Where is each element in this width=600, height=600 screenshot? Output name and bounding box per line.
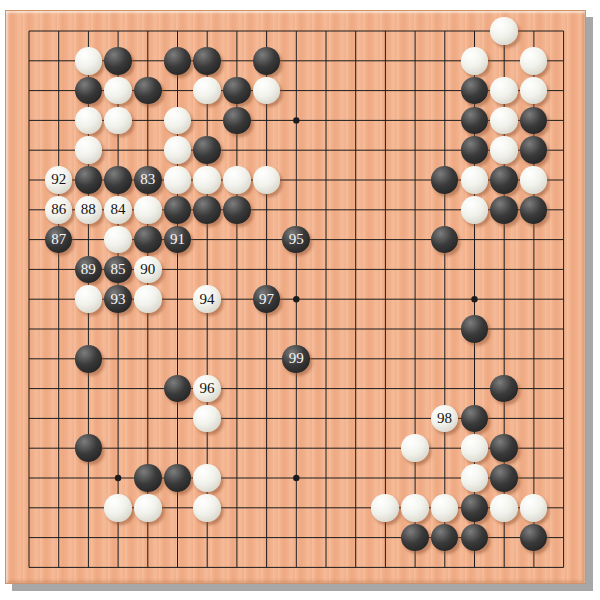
board-point[interactable] bbox=[74, 523, 104, 553]
board-point[interactable] bbox=[370, 225, 400, 255]
board-point[interactable] bbox=[103, 165, 133, 195]
board-point[interactable] bbox=[163, 463, 193, 493]
board-point[interactable] bbox=[281, 403, 311, 433]
board-point[interactable] bbox=[341, 195, 371, 225]
board-point[interactable] bbox=[370, 16, 400, 46]
board-point[interactable] bbox=[44, 493, 74, 523]
board-point[interactable] bbox=[430, 135, 460, 165]
board-point[interactable] bbox=[430, 552, 460, 582]
board-point[interactable] bbox=[430, 225, 460, 255]
board-point[interactable] bbox=[400, 254, 430, 284]
board-point[interactable] bbox=[430, 76, 460, 106]
board-point[interactable] bbox=[459, 433, 489, 463]
board-point[interactable] bbox=[74, 463, 104, 493]
board-point[interactable] bbox=[519, 463, 549, 493]
board-point[interactable] bbox=[281, 76, 311, 106]
board-point[interactable] bbox=[14, 105, 44, 135]
board-point[interactable] bbox=[311, 254, 341, 284]
board-point[interactable] bbox=[370, 314, 400, 344]
board-point[interactable] bbox=[549, 195, 579, 225]
board-point[interactable] bbox=[163, 195, 193, 225]
board-point[interactable] bbox=[14, 552, 44, 582]
board-point[interactable] bbox=[192, 254, 222, 284]
board-point[interactable]: 90 bbox=[133, 254, 163, 284]
board-point[interactable] bbox=[44, 374, 74, 404]
board-point[interactable] bbox=[519, 523, 549, 553]
board-point[interactable] bbox=[44, 76, 74, 106]
board-point[interactable] bbox=[103, 433, 133, 463]
board-point[interactable] bbox=[430, 165, 460, 195]
board-point[interactable] bbox=[519, 403, 549, 433]
board-point[interactable] bbox=[489, 284, 519, 314]
board-point[interactable] bbox=[192, 314, 222, 344]
board-point[interactable] bbox=[519, 314, 549, 344]
board-point[interactable] bbox=[44, 314, 74, 344]
board-point[interactable] bbox=[430, 254, 460, 284]
board-point[interactable] bbox=[430, 105, 460, 135]
board-point[interactable] bbox=[14, 195, 44, 225]
board-point[interactable] bbox=[281, 254, 311, 284]
board-point[interactable]: 97 bbox=[252, 284, 282, 314]
board-point[interactable] bbox=[341, 552, 371, 582]
board-point[interactable] bbox=[74, 433, 104, 463]
board-point[interactable] bbox=[341, 314, 371, 344]
board-point[interactable] bbox=[489, 16, 519, 46]
board-point[interactable] bbox=[459, 493, 489, 523]
board-point[interactable]: 89 bbox=[74, 254, 104, 284]
board-point[interactable] bbox=[459, 374, 489, 404]
board-point[interactable] bbox=[519, 225, 549, 255]
board-point[interactable] bbox=[103, 46, 133, 76]
board-point[interactable] bbox=[14, 493, 44, 523]
board-point[interactable] bbox=[74, 344, 104, 374]
board-point[interactable] bbox=[103, 523, 133, 553]
board-point[interactable] bbox=[281, 195, 311, 225]
board-point[interactable] bbox=[14, 135, 44, 165]
board-point[interactable] bbox=[400, 135, 430, 165]
board-point[interactable] bbox=[14, 165, 44, 195]
board-point[interactable] bbox=[252, 433, 282, 463]
board-point[interactable] bbox=[370, 165, 400, 195]
board-point[interactable] bbox=[44, 284, 74, 314]
board-point[interactable] bbox=[281, 16, 311, 46]
board-point[interactable] bbox=[430, 195, 460, 225]
board-point[interactable] bbox=[252, 493, 282, 523]
board-point[interactable] bbox=[519, 165, 549, 195]
board-point[interactable] bbox=[489, 463, 519, 493]
board-point[interactable] bbox=[341, 523, 371, 553]
board-point[interactable] bbox=[341, 463, 371, 493]
board-point[interactable] bbox=[281, 46, 311, 76]
board-point[interactable] bbox=[370, 374, 400, 404]
board-point[interactable] bbox=[311, 493, 341, 523]
board-point[interactable] bbox=[281, 463, 311, 493]
board-point[interactable] bbox=[222, 16, 252, 46]
board-point[interactable] bbox=[430, 523, 460, 553]
board-point[interactable] bbox=[489, 165, 519, 195]
board-point[interactable] bbox=[549, 344, 579, 374]
board-point[interactable] bbox=[430, 433, 460, 463]
board-point[interactable] bbox=[430, 46, 460, 76]
board-point[interactable] bbox=[133, 195, 163, 225]
board-point[interactable] bbox=[103, 403, 133, 433]
board-point[interactable] bbox=[459, 76, 489, 106]
board-point[interactable] bbox=[370, 195, 400, 225]
board-point[interactable] bbox=[430, 314, 460, 344]
board-point[interactable] bbox=[341, 344, 371, 374]
board-point[interactable] bbox=[459, 552, 489, 582]
board-point[interactable] bbox=[519, 16, 549, 46]
board-point[interactable] bbox=[311, 284, 341, 314]
board-point[interactable] bbox=[252, 135, 282, 165]
board-point[interactable] bbox=[341, 76, 371, 106]
board-point[interactable] bbox=[192, 523, 222, 553]
board-point[interactable] bbox=[549, 105, 579, 135]
board-point[interactable] bbox=[489, 403, 519, 433]
board-point[interactable] bbox=[103, 135, 133, 165]
board-point[interactable] bbox=[549, 493, 579, 523]
board-point[interactable] bbox=[133, 374, 163, 404]
board-point[interactable] bbox=[103, 463, 133, 493]
board-point[interactable] bbox=[44, 254, 74, 284]
board-point[interactable] bbox=[14, 284, 44, 314]
board-point[interactable] bbox=[489, 76, 519, 106]
board-point[interactable] bbox=[489, 135, 519, 165]
board-point[interactable] bbox=[14, 46, 44, 76]
board-point[interactable]: 86 bbox=[44, 195, 74, 225]
board-point[interactable] bbox=[222, 165, 252, 195]
board-point[interactable] bbox=[549, 284, 579, 314]
board-point[interactable] bbox=[281, 493, 311, 523]
board-point[interactable] bbox=[400, 314, 430, 344]
board-point[interactable] bbox=[192, 463, 222, 493]
board-point[interactable] bbox=[459, 344, 489, 374]
board-point[interactable] bbox=[519, 433, 549, 463]
board-point[interactable] bbox=[133, 46, 163, 76]
board-point[interactable] bbox=[74, 552, 104, 582]
board-point[interactable] bbox=[163, 165, 193, 195]
board-point[interactable]: 96 bbox=[192, 374, 222, 404]
board-point[interactable] bbox=[549, 46, 579, 76]
board-point[interactable] bbox=[370, 135, 400, 165]
board-point[interactable] bbox=[459, 523, 489, 553]
board-point[interactable] bbox=[163, 314, 193, 344]
board-point[interactable] bbox=[459, 314, 489, 344]
board-point[interactable]: 92 bbox=[44, 165, 74, 195]
board-point[interactable] bbox=[370, 46, 400, 76]
board-point[interactable] bbox=[252, 314, 282, 344]
board-point[interactable] bbox=[44, 135, 74, 165]
board-point[interactable] bbox=[281, 374, 311, 404]
board-point[interactable] bbox=[192, 344, 222, 374]
board-point[interactable] bbox=[549, 374, 579, 404]
board-point[interactable] bbox=[400, 46, 430, 76]
board-point[interactable]: 94 bbox=[192, 284, 222, 314]
board-point[interactable]: 84 bbox=[103, 195, 133, 225]
board-point[interactable]: 98 bbox=[430, 403, 460, 433]
board-point[interactable] bbox=[44, 46, 74, 76]
board-point[interactable] bbox=[192, 552, 222, 582]
board-point[interactable] bbox=[252, 344, 282, 374]
board-point[interactable] bbox=[341, 254, 371, 284]
board-point[interactable] bbox=[133, 314, 163, 344]
board-point[interactable] bbox=[281, 552, 311, 582]
board-point[interactable]: 83 bbox=[133, 165, 163, 195]
board-point[interactable] bbox=[489, 493, 519, 523]
board-point[interactable] bbox=[519, 105, 549, 135]
board-point[interactable] bbox=[14, 433, 44, 463]
board-point[interactable] bbox=[311, 314, 341, 344]
board-point[interactable] bbox=[222, 493, 252, 523]
board-point[interactable] bbox=[341, 16, 371, 46]
board-point[interactable] bbox=[74, 76, 104, 106]
board-point[interactable] bbox=[311, 46, 341, 76]
board-point[interactable] bbox=[311, 76, 341, 106]
board-point[interactable] bbox=[489, 46, 519, 76]
board-point[interactable] bbox=[74, 225, 104, 255]
board-point[interactable] bbox=[489, 195, 519, 225]
board-point[interactable] bbox=[519, 284, 549, 314]
board-point[interactable] bbox=[370, 493, 400, 523]
board-point[interactable] bbox=[74, 135, 104, 165]
board-point[interactable] bbox=[370, 552, 400, 582]
board-point[interactable] bbox=[400, 16, 430, 46]
board-point[interactable] bbox=[400, 344, 430, 374]
board-point[interactable] bbox=[252, 374, 282, 404]
board-point[interactable] bbox=[459, 284, 489, 314]
board-point[interactable]: 87 bbox=[44, 225, 74, 255]
board-point[interactable] bbox=[459, 16, 489, 46]
board-point[interactable] bbox=[192, 433, 222, 463]
board-point[interactable] bbox=[430, 16, 460, 46]
board-point[interactable] bbox=[489, 374, 519, 404]
board-point[interactable] bbox=[400, 374, 430, 404]
board-point[interactable] bbox=[74, 374, 104, 404]
board-point[interactable] bbox=[400, 523, 430, 553]
board-point[interactable] bbox=[163, 493, 193, 523]
board-point[interactable] bbox=[430, 284, 460, 314]
board-point[interactable] bbox=[133, 105, 163, 135]
board-point[interactable] bbox=[341, 433, 371, 463]
board-point[interactable] bbox=[341, 165, 371, 195]
board-point[interactable] bbox=[489, 552, 519, 582]
board-point[interactable] bbox=[489, 344, 519, 374]
board-point[interactable] bbox=[281, 433, 311, 463]
board-point[interactable] bbox=[252, 254, 282, 284]
board-point[interactable] bbox=[400, 552, 430, 582]
board-point[interactable] bbox=[549, 254, 579, 284]
board-point[interactable] bbox=[44, 433, 74, 463]
board-point[interactable] bbox=[192, 493, 222, 523]
board-point[interactable] bbox=[549, 552, 579, 582]
board-point[interactable] bbox=[222, 463, 252, 493]
board-point[interactable] bbox=[74, 403, 104, 433]
board-point[interactable] bbox=[222, 523, 252, 553]
board-point[interactable] bbox=[103, 493, 133, 523]
board-point[interactable] bbox=[163, 135, 193, 165]
board-point[interactable] bbox=[459, 463, 489, 493]
board-point[interactable] bbox=[489, 105, 519, 135]
board-point[interactable] bbox=[400, 403, 430, 433]
board-point[interactable] bbox=[252, 165, 282, 195]
board-point[interactable] bbox=[192, 16, 222, 46]
board-point[interactable] bbox=[519, 195, 549, 225]
board-point[interactable] bbox=[549, 165, 579, 195]
board-point[interactable] bbox=[133, 16, 163, 46]
board-point[interactable] bbox=[133, 344, 163, 374]
board-point[interactable] bbox=[163, 344, 193, 374]
board-point[interactable] bbox=[430, 374, 460, 404]
board-point[interactable] bbox=[459, 105, 489, 135]
board-point[interactable] bbox=[489, 433, 519, 463]
board-point[interactable] bbox=[222, 225, 252, 255]
board-point[interactable] bbox=[133, 403, 163, 433]
board-point[interactable] bbox=[370, 76, 400, 106]
board-point[interactable] bbox=[133, 552, 163, 582]
board-point[interactable] bbox=[252, 76, 282, 106]
board-point[interactable] bbox=[163, 46, 193, 76]
board-point[interactable] bbox=[489, 254, 519, 284]
board-point[interactable] bbox=[519, 76, 549, 106]
board-point[interactable] bbox=[222, 374, 252, 404]
board-point[interactable] bbox=[103, 374, 133, 404]
board-point[interactable] bbox=[252, 195, 282, 225]
board-point[interactable] bbox=[222, 46, 252, 76]
board-point[interactable] bbox=[222, 344, 252, 374]
board-point[interactable] bbox=[14, 254, 44, 284]
board-point[interactable] bbox=[103, 225, 133, 255]
board-point[interactable] bbox=[222, 314, 252, 344]
board-point[interactable] bbox=[311, 403, 341, 433]
board-point[interactable] bbox=[459, 403, 489, 433]
board-point[interactable] bbox=[430, 463, 460, 493]
board-point[interactable] bbox=[519, 254, 549, 284]
board-point[interactable] bbox=[163, 254, 193, 284]
board-point[interactable] bbox=[519, 46, 549, 76]
board-point[interactable] bbox=[74, 314, 104, 344]
board-point[interactable] bbox=[163, 76, 193, 106]
board-point[interactable] bbox=[400, 195, 430, 225]
board-point[interactable] bbox=[281, 105, 311, 135]
board-point[interactable] bbox=[311, 105, 341, 135]
board-point[interactable] bbox=[44, 463, 74, 493]
board-point[interactable] bbox=[103, 76, 133, 106]
board-point[interactable] bbox=[519, 374, 549, 404]
board-point[interactable] bbox=[222, 76, 252, 106]
board-point[interactable] bbox=[222, 135, 252, 165]
board-point[interactable] bbox=[519, 344, 549, 374]
board-point[interactable] bbox=[133, 523, 163, 553]
board-point[interactable] bbox=[163, 16, 193, 46]
board-point[interactable] bbox=[311, 16, 341, 46]
board-point[interactable] bbox=[133, 135, 163, 165]
board-point[interactable] bbox=[400, 225, 430, 255]
board-point[interactable] bbox=[400, 105, 430, 135]
board-point[interactable] bbox=[163, 403, 193, 433]
board-point[interactable] bbox=[133, 284, 163, 314]
board-point[interactable] bbox=[222, 254, 252, 284]
board-point[interactable] bbox=[14, 344, 44, 374]
board-point[interactable] bbox=[370, 433, 400, 463]
board-point[interactable] bbox=[549, 463, 579, 493]
board-point[interactable]: 91 bbox=[163, 225, 193, 255]
board-point[interactable] bbox=[311, 195, 341, 225]
board-point[interactable] bbox=[192, 195, 222, 225]
board-point[interactable] bbox=[252, 225, 282, 255]
board-point[interactable] bbox=[192, 76, 222, 106]
board-point[interactable] bbox=[14, 76, 44, 106]
board-point[interactable] bbox=[133, 463, 163, 493]
board-point[interactable] bbox=[74, 284, 104, 314]
board-point[interactable] bbox=[103, 105, 133, 135]
board-point[interactable] bbox=[430, 493, 460, 523]
board-point[interactable] bbox=[370, 463, 400, 493]
board-point[interactable] bbox=[192, 105, 222, 135]
board-point[interactable] bbox=[341, 374, 371, 404]
board-point[interactable] bbox=[14, 16, 44, 46]
board-point[interactable] bbox=[400, 493, 430, 523]
board-point[interactable] bbox=[163, 523, 193, 553]
board-point[interactable] bbox=[163, 105, 193, 135]
board-point[interactable] bbox=[311, 344, 341, 374]
board-point[interactable] bbox=[74, 105, 104, 135]
board-point[interactable] bbox=[370, 403, 400, 433]
board-point[interactable] bbox=[459, 46, 489, 76]
board-point[interactable] bbox=[430, 344, 460, 374]
board-point[interactable] bbox=[252, 46, 282, 76]
board-point[interactable] bbox=[163, 433, 193, 463]
board-point[interactable] bbox=[103, 344, 133, 374]
board-point[interactable] bbox=[44, 105, 74, 135]
board-point[interactable] bbox=[222, 284, 252, 314]
board-point[interactable] bbox=[519, 135, 549, 165]
board-point[interactable] bbox=[370, 284, 400, 314]
board-point[interactable] bbox=[549, 76, 579, 106]
board-point[interactable]: 95 bbox=[281, 225, 311, 255]
board-point[interactable] bbox=[222, 195, 252, 225]
board-point[interactable] bbox=[133, 76, 163, 106]
board-point[interactable] bbox=[311, 135, 341, 165]
board-point[interactable] bbox=[549, 225, 579, 255]
board-point[interactable] bbox=[192, 135, 222, 165]
board-point[interactable] bbox=[400, 284, 430, 314]
board-point[interactable] bbox=[281, 523, 311, 553]
board-point[interactable] bbox=[341, 135, 371, 165]
board-point[interactable] bbox=[459, 135, 489, 165]
board-point[interactable] bbox=[311, 523, 341, 553]
board-point[interactable] bbox=[311, 374, 341, 404]
board-point[interactable] bbox=[311, 463, 341, 493]
board-point[interactable] bbox=[192, 225, 222, 255]
board-point[interactable] bbox=[311, 165, 341, 195]
board-point[interactable] bbox=[14, 374, 44, 404]
board-point[interactable] bbox=[370, 105, 400, 135]
board-point[interactable] bbox=[74, 165, 104, 195]
board-point[interactable] bbox=[44, 16, 74, 46]
board-point[interactable] bbox=[341, 46, 371, 76]
board-point[interactable] bbox=[489, 523, 519, 553]
board-point[interactable] bbox=[103, 314, 133, 344]
board-point[interactable] bbox=[14, 314, 44, 344]
board-point[interactable] bbox=[103, 16, 133, 46]
board-point[interactable] bbox=[549, 523, 579, 553]
board-point[interactable] bbox=[222, 105, 252, 135]
board-point[interactable] bbox=[74, 46, 104, 76]
board-point[interactable] bbox=[192, 46, 222, 76]
board-point[interactable] bbox=[281, 165, 311, 195]
board-point[interactable] bbox=[281, 135, 311, 165]
board-point[interactable] bbox=[103, 552, 133, 582]
